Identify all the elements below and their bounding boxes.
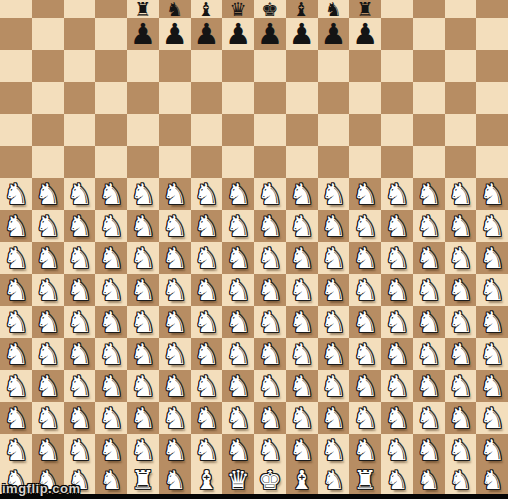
board-cell[interactable] <box>222 114 254 146</box>
board-cell[interactable] <box>0 114 32 146</box>
board-cell[interactable]: ♜ <box>349 466 381 494</box>
board-cell[interactable] <box>254 114 286 146</box>
white-knight: ♞ <box>257 340 283 369</box>
board-cell[interactable] <box>222 82 254 114</box>
board-cell[interactable]: ♞ <box>159 210 191 242</box>
black-pawn: ♟ <box>225 20 251 49</box>
board-cell[interactable] <box>222 146 254 178</box>
board-cell[interactable]: ♞ <box>159 306 191 338</box>
white-knight: ♞ <box>225 372 251 401</box>
white-knight: ♞ <box>416 180 442 209</box>
board-cell[interactable]: ♟ <box>318 18 350 50</box>
board-cell[interactable]: ♞ <box>191 306 223 338</box>
board-cell[interactable]: ♞ <box>318 434 350 466</box>
board-cell[interactable]: ♞ <box>476 210 508 242</box>
board-cell[interactable]: ♞ <box>127 306 159 338</box>
board-cell[interactable]: ♞ <box>127 370 159 402</box>
board-cell[interactable]: ♞ <box>254 242 286 274</box>
board-cell[interactable]: ♞ <box>254 370 286 402</box>
board-cell[interactable]: ♞ <box>191 338 223 370</box>
board-cell[interactable]: ♞ <box>222 178 254 210</box>
board-cell[interactable]: ♞ <box>32 338 64 370</box>
board-cell[interactable]: ♞ <box>349 274 381 306</box>
board-cell[interactable]: ♟ <box>286 18 318 50</box>
board-cell[interactable] <box>0 146 32 178</box>
board-cell[interactable]: ♞ <box>222 434 254 466</box>
board-cell[interactable] <box>413 50 445 82</box>
board-cell[interactable]: ♞ <box>254 210 286 242</box>
board-cell[interactable] <box>318 114 350 146</box>
board-cell[interactable]: ♞ <box>254 338 286 370</box>
board-cell[interactable] <box>476 18 508 50</box>
board-cell[interactable]: ♞ <box>318 0 350 18</box>
board-cell[interactable]: ♞ <box>64 338 96 370</box>
board-cell[interactable]: ♞ <box>445 466 477 494</box>
board-cell[interactable]: ♞ <box>476 466 508 494</box>
board-cell[interactable] <box>159 82 191 114</box>
board-cell[interactable]: ♞ <box>318 370 350 402</box>
board-cell[interactable]: ♞ <box>64 178 96 210</box>
board-cell[interactable]: ♞ <box>445 242 477 274</box>
board-cell[interactable]: ♞ <box>0 242 32 274</box>
board-cell[interactable]: ♞ <box>95 402 127 434</box>
white-knight: ♞ <box>384 212 410 241</box>
board-cell[interactable] <box>95 50 127 82</box>
board-cell[interactable]: ♞ <box>413 434 445 466</box>
board-cell[interactable]: ♞ <box>64 210 96 242</box>
board-cell[interactable]: ♞ <box>349 210 381 242</box>
board-cell[interactable]: ♟ <box>127 18 159 50</box>
board-cell[interactable]: ♞ <box>64 402 96 434</box>
board-cell[interactable] <box>476 82 508 114</box>
board-cell[interactable]: ♞ <box>476 402 508 434</box>
black-rook: ♜ <box>134 0 151 19</box>
board-cell[interactable]: ♞ <box>222 242 254 274</box>
board-cell[interactable]: ♞ <box>159 274 191 306</box>
white-knight: ♞ <box>289 308 315 337</box>
white-knight: ♞ <box>162 404 188 433</box>
board-cell[interactable] <box>254 146 286 178</box>
board-cell[interactable]: ♞ <box>222 274 254 306</box>
board-cell[interactable]: ♞ <box>254 274 286 306</box>
board-cell[interactable]: ♞ <box>445 370 477 402</box>
board-cell[interactable]: ♝ <box>286 0 318 18</box>
board-cell[interactable] <box>191 114 223 146</box>
board-cell[interactable]: ♞ <box>95 178 127 210</box>
white-knight: ♞ <box>130 404 156 433</box>
board-cell[interactable] <box>64 146 96 178</box>
board-cell[interactable]: ♞ <box>381 306 413 338</box>
board-cell[interactable] <box>476 0 508 18</box>
board-cell[interactable]: ♞ <box>413 370 445 402</box>
board-cell[interactable] <box>191 146 223 178</box>
board-cell[interactable]: ♞ <box>191 402 223 434</box>
board-cell[interactable]: ♞ <box>0 306 32 338</box>
white-knight: ♞ <box>225 404 251 433</box>
white-rook: ♜ <box>131 467 154 493</box>
board-cell[interactable] <box>32 82 64 114</box>
board-cell[interactable]: ♞ <box>413 402 445 434</box>
board-cell[interactable]: ♞ <box>32 306 64 338</box>
board-cell[interactable]: ♞ <box>159 242 191 274</box>
board-cell[interactable]: ♞ <box>318 466 350 494</box>
white-knight: ♞ <box>35 276 61 305</box>
board-cell[interactable]: ♞ <box>0 178 32 210</box>
board-cell[interactable]: ♞ <box>127 402 159 434</box>
board-cell[interactable] <box>222 50 254 82</box>
board-cell[interactable]: ♞ <box>159 0 191 18</box>
white-knight: ♞ <box>416 404 442 433</box>
board-cell[interactable]: ♞ <box>222 370 254 402</box>
board-cell[interactable] <box>445 50 477 82</box>
board-cell[interactable]: ♞ <box>95 306 127 338</box>
board-cell[interactable]: ♞ <box>191 178 223 210</box>
board-cell[interactable] <box>159 50 191 82</box>
board-cell[interactable]: ♞ <box>254 178 286 210</box>
board-cell[interactable] <box>318 82 350 114</box>
board-cell[interactable]: ♞ <box>381 466 413 494</box>
board-cell[interactable] <box>286 146 318 178</box>
board-cell[interactable]: ♞ <box>445 178 477 210</box>
board-cell[interactable]: ♞ <box>413 338 445 370</box>
white-bishop: ♝ <box>290 467 313 493</box>
board-cell[interactable] <box>413 114 445 146</box>
board-cell[interactable]: ♞ <box>381 178 413 210</box>
board-cell[interactable]: ♞ <box>0 402 32 434</box>
board-cell[interactable] <box>127 82 159 114</box>
white-knight: ♞ <box>320 180 346 209</box>
board-cell[interactable]: ♞ <box>413 274 445 306</box>
board-cell[interactable]: ♞ <box>381 434 413 466</box>
board-cell[interactable]: ♛ <box>222 466 254 494</box>
white-knight: ♞ <box>35 372 61 401</box>
board-cell[interactable]: ♞ <box>318 178 350 210</box>
board-cell[interactable]: ♞ <box>254 306 286 338</box>
board-cell[interactable] <box>476 114 508 146</box>
board-cell[interactable]: ♞ <box>445 306 477 338</box>
board-cell[interactable]: ♝ <box>191 466 223 494</box>
board-cell[interactable]: ♞ <box>286 370 318 402</box>
board-cell[interactable] <box>381 0 413 18</box>
board-cell[interactable]: ♞ <box>476 178 508 210</box>
board-cell[interactable]: ♞ <box>286 274 318 306</box>
board-cell[interactable] <box>286 50 318 82</box>
board-cell[interactable]: ♞ <box>32 434 64 466</box>
board-cell[interactable]: ♞ <box>95 242 127 274</box>
board-cell[interactable]: ♞ <box>95 210 127 242</box>
board-cell[interactable] <box>127 50 159 82</box>
board-cell[interactable]: ♞ <box>476 338 508 370</box>
board-cell[interactable] <box>254 50 286 82</box>
board-cell[interactable]: ♞ <box>127 178 159 210</box>
board-cell[interactable]: ♞ <box>286 178 318 210</box>
white-knight: ♞ <box>416 308 442 337</box>
board-cell[interactable]: ♞ <box>64 370 96 402</box>
board-cell[interactable]: ♞ <box>349 306 381 338</box>
board-cell[interactable]: ♞ <box>64 242 96 274</box>
board-cell[interactable] <box>95 0 127 18</box>
board-cell[interactable]: ♜ <box>349 0 381 18</box>
board-cell[interactable]: ♞ <box>32 402 64 434</box>
board-cell[interactable]: ♞ <box>476 434 508 466</box>
board-cell[interactable] <box>95 18 127 50</box>
board-cell[interactable]: ♜ <box>127 466 159 494</box>
white-knight: ♞ <box>447 180 473 209</box>
white-king: ♚ <box>258 467 281 493</box>
board-cell[interactable] <box>32 114 64 146</box>
board-cell[interactable] <box>64 18 96 50</box>
white-knight: ♞ <box>322 467 345 493</box>
board-cell[interactable]: ♚ <box>254 0 286 18</box>
board-cell[interactable]: ♞ <box>222 402 254 434</box>
board-cell[interactable] <box>159 114 191 146</box>
board-cell[interactable]: ♞ <box>349 434 381 466</box>
board-cell[interactable]: ♞ <box>476 306 508 338</box>
board-cell[interactable] <box>191 82 223 114</box>
board-cell[interactable] <box>349 82 381 114</box>
board-cell[interactable]: ♟ <box>191 18 223 50</box>
board-cell[interactable] <box>191 50 223 82</box>
board-cell[interactable] <box>476 50 508 82</box>
board-cell[interactable] <box>0 0 32 18</box>
board-cell[interactable]: ♜ <box>127 0 159 18</box>
board-cell[interactable] <box>95 114 127 146</box>
board-cell[interactable]: ♞ <box>349 370 381 402</box>
white-knight: ♞ <box>480 467 503 493</box>
board-cell[interactable]: ♞ <box>349 338 381 370</box>
board-cell[interactable]: ♞ <box>0 210 32 242</box>
board-cell[interactable] <box>413 18 445 50</box>
board-cell[interactable]: ♞ <box>159 178 191 210</box>
board-cell[interactable] <box>286 82 318 114</box>
white-knight: ♞ <box>352 372 378 401</box>
board-cell[interactable]: ♞ <box>286 210 318 242</box>
board-cell[interactable] <box>381 146 413 178</box>
board-cell[interactable]: ♞ <box>254 402 286 434</box>
board-cell[interactable] <box>381 114 413 146</box>
board-cell[interactable] <box>127 146 159 178</box>
board-cell[interactable] <box>0 82 32 114</box>
board-cell[interactable]: ♞ <box>413 210 445 242</box>
white-knight: ♞ <box>130 436 156 465</box>
white-knight: ♞ <box>257 372 283 401</box>
board-cell[interactable]: ♞ <box>32 274 64 306</box>
board-cell[interactable]: ♞ <box>191 210 223 242</box>
board-cell[interactable] <box>381 18 413 50</box>
board-cell[interactable]: ♞ <box>127 434 159 466</box>
board-cell[interactable]: ♞ <box>222 210 254 242</box>
board-cell[interactable] <box>0 50 32 82</box>
board-cell[interactable] <box>286 114 318 146</box>
board-cell[interactable] <box>32 50 64 82</box>
board-cell[interactable]: ♞ <box>191 370 223 402</box>
board-cell[interactable]: ♞ <box>476 274 508 306</box>
board-cell[interactable] <box>318 50 350 82</box>
white-knight: ♞ <box>130 276 156 305</box>
white-knight: ♞ <box>163 467 186 493</box>
board-cell[interactable]: ♞ <box>32 178 64 210</box>
board-cell[interactable] <box>349 146 381 178</box>
board-cell[interactable]: ♞ <box>0 338 32 370</box>
board-cell[interactable]: ♝ <box>286 466 318 494</box>
board-cell[interactable]: ♞ <box>191 274 223 306</box>
board-cell[interactable] <box>349 50 381 82</box>
board-cell[interactable] <box>64 82 96 114</box>
board-cell[interactable]: ♞ <box>95 370 127 402</box>
board-cell[interactable]: ♞ <box>445 274 477 306</box>
white-knight: ♞ <box>98 180 124 209</box>
board-cell[interactable] <box>413 0 445 18</box>
board-cell[interactable]: ♝ <box>191 0 223 18</box>
board-cell[interactable]: ♞ <box>286 306 318 338</box>
board-cell[interactable]: ♞ <box>445 402 477 434</box>
board-cell[interactable]: ♞ <box>159 434 191 466</box>
board-cell[interactable]: ♞ <box>381 338 413 370</box>
board-cell[interactable]: ♞ <box>318 242 350 274</box>
board-cell[interactable]: ♞ <box>0 274 32 306</box>
board-cell[interactable]: ♞ <box>64 434 96 466</box>
board-cell[interactable]: ♞ <box>445 434 477 466</box>
board-cell[interactable]: ♚ <box>254 466 286 494</box>
board-cell[interactable] <box>445 0 477 18</box>
white-knight: ♞ <box>320 340 346 369</box>
white-knight: ♞ <box>162 436 188 465</box>
board-cell[interactable]: ♞ <box>381 210 413 242</box>
board-cell[interactable]: ♟ <box>254 18 286 50</box>
board-cell[interactable] <box>254 82 286 114</box>
board-cell[interactable]: ♞ <box>413 242 445 274</box>
board-cell[interactable] <box>381 82 413 114</box>
black-king: ♚ <box>261 0 278 19</box>
board-cell[interactable]: ♞ <box>127 242 159 274</box>
board-cell[interactable]: ♞ <box>381 242 413 274</box>
board-cell[interactable]: ♞ <box>95 434 127 466</box>
board-cell[interactable] <box>159 146 191 178</box>
board-cell[interactable]: ♞ <box>32 370 64 402</box>
board-cell[interactable]: ♞ <box>191 242 223 274</box>
board-cell[interactable]: ♞ <box>95 338 127 370</box>
board-cell[interactable] <box>318 146 350 178</box>
board-cell[interactable]: ♞ <box>318 306 350 338</box>
black-queen: ♛ <box>230 0 247 19</box>
board-cell[interactable]: ♞ <box>413 306 445 338</box>
white-knight: ♞ <box>3 276 29 305</box>
board-cell[interactable]: ♞ <box>286 434 318 466</box>
black-pawn: ♟ <box>289 20 315 49</box>
board-cell[interactable]: ♞ <box>64 274 96 306</box>
board-cell[interactable]: ♞ <box>286 242 318 274</box>
board-cell[interactable]: ♞ <box>127 338 159 370</box>
board-cell[interactable]: ♞ <box>0 370 32 402</box>
board-cell[interactable] <box>64 0 96 18</box>
board-cell[interactable]: ♞ <box>0 434 32 466</box>
white-knight: ♞ <box>66 436 92 465</box>
board-cell[interactable]: ♞ <box>127 274 159 306</box>
board-cell[interactable] <box>64 114 96 146</box>
board-cell[interactable]: ♞ <box>445 210 477 242</box>
board-cell[interactable] <box>0 18 32 50</box>
white-knight: ♞ <box>289 372 315 401</box>
white-knight: ♞ <box>320 308 346 337</box>
board-cell[interactable]: ♞ <box>349 242 381 274</box>
white-knight: ♞ <box>66 180 92 209</box>
board-cell[interactable]: ♞ <box>159 370 191 402</box>
board-cell[interactable]: ♞ <box>159 402 191 434</box>
board-cell[interactable] <box>476 146 508 178</box>
board-cell[interactable]: ♞ <box>32 242 64 274</box>
white-knight: ♞ <box>130 340 156 369</box>
board-cell[interactable]: ♞ <box>64 306 96 338</box>
board-cell[interactable]: ♞ <box>476 242 508 274</box>
white-knight: ♞ <box>479 372 505 401</box>
white-knight: ♞ <box>352 244 378 273</box>
board-cell[interactable]: ♞ <box>413 178 445 210</box>
board-cell[interactable]: ♞ <box>286 402 318 434</box>
board-cell[interactable]: ♞ <box>254 434 286 466</box>
white-knight: ♞ <box>193 308 219 337</box>
board-cell[interactable]: ♟ <box>159 18 191 50</box>
board-cell[interactable] <box>445 114 477 146</box>
board-cell[interactable]: ♞ <box>349 402 381 434</box>
board-cell[interactable]: ♞ <box>476 370 508 402</box>
board-cell[interactable]: ♞ <box>32 210 64 242</box>
board-cell[interactable]: ♞ <box>95 466 127 494</box>
board-cell[interactable] <box>32 18 64 50</box>
board-cell[interactable] <box>32 0 64 18</box>
board-cell[interactable]: ♞ <box>286 338 318 370</box>
board-cell[interactable] <box>413 82 445 114</box>
board-cell[interactable] <box>445 82 477 114</box>
board-cell[interactable] <box>95 146 127 178</box>
board-cell[interactable] <box>127 114 159 146</box>
meme-image: ♜♞♝♛♚♝♞♜♟♟♟♟♟♟♟♟♞♞♞♞♞♞♞♞♞♞♞♞♞♞♞♞♞♞♞♞♞♞♞♞… <box>0 0 508 499</box>
board-cell[interactable]: ♞ <box>381 274 413 306</box>
board-cell[interactable]: ♞ <box>349 178 381 210</box>
board-cell[interactable]: ♞ <box>191 434 223 466</box>
board-cell[interactable]: ♞ <box>222 338 254 370</box>
board-cell[interactable]: ♞ <box>318 274 350 306</box>
board-cell[interactable]: ♞ <box>159 466 191 494</box>
board-cell[interactable]: ♞ <box>127 210 159 242</box>
board-cell[interactable]: ♞ <box>222 306 254 338</box>
white-knight: ♞ <box>384 276 410 305</box>
board-cell[interactable] <box>64 50 96 82</box>
board-cell[interactable] <box>381 50 413 82</box>
board-cell[interactable]: ♞ <box>413 466 445 494</box>
board-cell[interactable] <box>349 114 381 146</box>
board-cell[interactable]: ♞ <box>318 210 350 242</box>
white-knight: ♞ <box>320 276 346 305</box>
white-knight: ♞ <box>35 212 61 241</box>
board-cell[interactable]: ♞ <box>318 402 350 434</box>
white-knight: ♞ <box>352 180 378 209</box>
board-cell[interactable] <box>32 146 64 178</box>
board-cell[interactable]: ♞ <box>318 338 350 370</box>
board-cell[interactable]: ♞ <box>445 338 477 370</box>
board-cell[interactable]: ♞ <box>95 274 127 306</box>
board-cell[interactable]: ♞ <box>381 402 413 434</box>
board-cell[interactable]: ♟ <box>222 18 254 50</box>
board-cell[interactable]: ♛ <box>222 0 254 18</box>
board-cell[interactable] <box>445 18 477 50</box>
board-cell[interactable] <box>95 82 127 114</box>
board-cell[interactable]: ♞ <box>381 370 413 402</box>
board-cell[interactable]: ♟ <box>349 18 381 50</box>
board-cell[interactable] <box>413 146 445 178</box>
board-cell[interactable] <box>445 146 477 178</box>
board-cell[interactable]: ♞ <box>159 338 191 370</box>
white-knight: ♞ <box>384 436 410 465</box>
